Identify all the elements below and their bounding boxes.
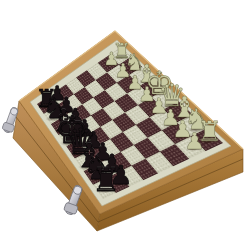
chess-set-photo: ♜♟♞♟♝♟♚♟♟♛♜♟♟♝♞♟♟♞♝♟♟♜♚♟♟♛♟♝♟♞♟♜	[0, 0, 252, 252]
